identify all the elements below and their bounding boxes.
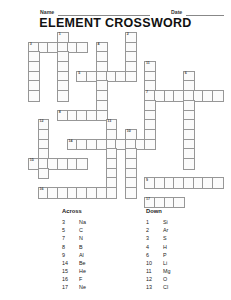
across-clue-text: B: [79, 243, 83, 251]
crossword-grid: 1234115678121310141591617: [29, 33, 223, 207]
grid-cell-r14c10[interactable]: [126, 169, 136, 179]
page-title: ELEMENT CROSSWORD: [0, 16, 231, 30]
down-clue-text: Li: [163, 259, 167, 267]
grid-cell-r10c1[interactable]: [39, 130, 49, 140]
grid-cell-r11c6[interactable]: [87, 140, 97, 150]
grid-cell-r6c18[interactable]: [203, 91, 213, 101]
down-header: Down: [146, 207, 171, 215]
grid-cell-r6c3[interactable]: [58, 91, 68, 101]
across-clue-text: C: [79, 226, 83, 234]
grid-cell-r16c8[interactable]: [107, 188, 117, 198]
grid-cell-r11c5[interactable]: [77, 140, 87, 150]
grid-cell-r6c19[interactable]: [213, 91, 223, 101]
clue-number-8: 8: [59, 111, 61, 115]
grid-cell-r4c5[interactable]: 5: [77, 72, 87, 82]
clue-number-16: 16: [39, 188, 43, 192]
grid-cell-r11c7[interactable]: [97, 140, 107, 150]
down-clues: Down 1Si2Ar3S4H6P10Li11Mg12O13Cl: [146, 207, 171, 292]
clue-number-17: 17: [146, 198, 150, 202]
grid-cell-r4c16[interactable]: 6: [184, 72, 194, 82]
grid-cell-r2c3[interactable]: [58, 52, 68, 62]
across-clue-16: 16F: [62, 275, 86, 283]
grid-cell-r1c4[interactable]: [68, 43, 78, 53]
grid-cell-r2c10[interactable]: [126, 52, 136, 62]
grid-cell-r15c13[interactable]: [155, 178, 165, 188]
grid-cell-r7c16[interactable]: [184, 101, 194, 111]
across-clue-number: 5: [62, 226, 73, 234]
down-clue-text: H: [163, 243, 167, 251]
grid-cell-r13c8[interactable]: [107, 159, 117, 169]
grid-cell-r11c11[interactable]: [136, 140, 146, 150]
grid-cell-r13c5[interactable]: [77, 159, 87, 169]
grid-cell-r15c8[interactable]: [107, 178, 117, 188]
grid-cell-r1c2[interactable]: [48, 43, 58, 53]
grid-cell-r5c0[interactable]: [29, 81, 39, 91]
down-clue-text: Mg: [163, 267, 171, 275]
across-clue-number: 8: [62, 243, 73, 251]
grid-cell-r8c7[interactable]: [97, 111, 107, 121]
grid-cell-r7c7[interactable]: [97, 101, 107, 111]
grid-cell-r6c12[interactable]: 7: [145, 91, 155, 101]
across-clue-17: 17Ne: [62, 283, 86, 291]
name-label: Name: [40, 9, 54, 15]
date-label: Date: [171, 9, 182, 15]
grid-cell-r0c3[interactable]: 1: [58, 33, 68, 43]
across-clue-text: Be: [79, 259, 86, 267]
down-clue-11: 11Mg: [146, 267, 171, 275]
grid-cell-r15c12[interactable]: 9: [145, 178, 155, 188]
grid-cell-r6c15[interactable]: [174, 91, 184, 101]
clue-number-13: 13: [107, 120, 111, 124]
grid-cell-r14c8[interactable]: [107, 169, 117, 179]
grid-cell-r10c10[interactable]: 10: [126, 130, 136, 140]
grid-cell-r8c5[interactable]: [77, 111, 87, 121]
clue-number-10: 10: [127, 130, 131, 134]
across-clue-text: N: [79, 234, 83, 242]
down-clue-1: 1Si: [146, 218, 171, 226]
down-clue-text: Cl: [163, 283, 168, 291]
down-clue-number: 11: [146, 267, 157, 275]
clue-number-15: 15: [30, 159, 34, 163]
grid-cell-r13c2[interactable]: [48, 159, 58, 169]
grid-cell-r10c8[interactable]: [107, 130, 117, 140]
grid-cell-r16c1[interactable]: 16: [39, 188, 49, 198]
across-list: 3Na5C7N8B9Al14Be15He16F17Ne: [62, 218, 86, 291]
down-clue-number: 4: [146, 243, 157, 251]
down-clue-text: S: [163, 234, 167, 242]
down-clue-10: 10Li: [146, 259, 171, 267]
grid-cell-r13c4[interactable]: [68, 159, 78, 169]
grid-cell-r8c6[interactable]: [87, 111, 97, 121]
grid-cell-r6c13[interactable]: [155, 91, 165, 101]
grid-cell-r3c3[interactable]: [58, 62, 68, 72]
grid-cell-r4c7[interactable]: [97, 72, 107, 82]
grid-cell-r11c9[interactable]: [116, 140, 126, 150]
grid-cell-r0c10[interactable]: 2: [126, 33, 136, 43]
clue-number-11: 11: [146, 62, 150, 66]
clue-number-7: 7: [146, 91, 148, 95]
grid-cell-r2c0[interactable]: [29, 52, 39, 62]
grid-cell-r16c4[interactable]: [68, 188, 78, 198]
grid-cell-r15c14[interactable]: [165, 178, 175, 188]
grid-cell-r1c7[interactable]: 4: [97, 43, 107, 53]
grid-cell-r13c10[interactable]: [126, 159, 136, 169]
across-clue-number: 16: [62, 275, 73, 283]
down-clue-12: 12O: [146, 275, 171, 283]
across-clue-14: 14Be: [62, 259, 86, 267]
down-clue-number: 1: [146, 218, 157, 226]
grid-cell-r9c1[interactable]: 12: [39, 120, 49, 130]
grid-cell-r5c3[interactable]: [58, 81, 68, 91]
across-clue-15: 15He: [62, 267, 86, 275]
grid-cell-r12c1[interactable]: [39, 149, 49, 159]
down-clue-3: 3S: [146, 234, 171, 242]
grid-cell-r16c5[interactable]: [77, 188, 87, 198]
grid-cell-r6c14[interactable]: [165, 91, 175, 101]
down-clue-number: 13: [146, 283, 157, 291]
across-header: Across: [62, 207, 86, 215]
grid-cell-r17c14[interactable]: [165, 198, 175, 208]
down-clue-text: O: [163, 275, 167, 283]
across-clue-number: 3: [62, 218, 73, 226]
clue-number-1: 1: [59, 33, 61, 37]
grid-cell-r7c12[interactable]: [145, 101, 155, 111]
grid-cell-r14c1[interactable]: [39, 169, 49, 179]
grid-cell-r13c16[interactable]: [184, 159, 194, 169]
down-clue-13: 13Cl: [146, 283, 171, 291]
grid-cell-r12c16[interactable]: [184, 149, 194, 159]
across-clue-7: 7N: [62, 234, 86, 242]
down-clue-text: Si: [163, 218, 168, 226]
grid-cell-r5c7[interactable]: [97, 81, 107, 91]
down-clue-number: 2: [146, 226, 157, 234]
grid-cell-r10c12[interactable]: [145, 130, 155, 140]
clue-number-3: 3: [30, 43, 32, 47]
grid-cell-r9c12[interactable]: [145, 120, 155, 130]
grid-cell-r17c13[interactable]: [155, 198, 165, 208]
grid-cell-r9c8[interactable]: 13: [107, 120, 117, 130]
grid-cell-r4c8[interactable]: [107, 72, 117, 82]
clue-number-14: 14: [69, 140, 73, 144]
grid-cell-r4c3[interactable]: [58, 72, 68, 82]
grid-cell-r13c0[interactable]: 15: [29, 159, 39, 169]
grid-cell-r4c9[interactable]: [116, 72, 126, 82]
grid-cell-r4c6[interactable]: [87, 72, 97, 82]
across-clue-5: 5C: [62, 226, 86, 234]
grid-cell-r1c3[interactable]: [58, 43, 68, 53]
across-clue-text: Al: [79, 251, 84, 259]
clue-number-4: 4: [98, 43, 100, 47]
clue-number-5: 5: [78, 72, 80, 76]
grid-cell-r11c1[interactable]: [39, 140, 49, 150]
grid-cell-r8c3[interactable]: 8: [58, 111, 68, 121]
down-clue-number: 6: [146, 251, 157, 259]
across-clue-text: Na: [79, 218, 86, 226]
across-clue-number: 7: [62, 234, 73, 242]
down-clue-number: 12: [146, 275, 157, 283]
across-clue-9: 9Al: [62, 251, 86, 259]
across-clue-8: 8B: [62, 243, 86, 251]
grid-cell-r12c8[interactable]: [107, 149, 117, 159]
grid-cell-r1c1[interactable]: [39, 43, 49, 53]
grid-cell-r11c4[interactable]: 14: [68, 140, 78, 150]
down-clue-number: 3: [146, 234, 157, 242]
clue-number-9: 9: [146, 179, 148, 183]
grid-cell-r6c16[interactable]: [184, 91, 194, 101]
grid-cell-r6c7[interactable]: [97, 91, 107, 101]
across-clue-3: 3Na: [62, 218, 86, 226]
down-list: 1Si2Ar3S4H6P10Li11Mg12O13Cl: [146, 218, 171, 291]
grid-cell-r5c16[interactable]: [184, 81, 194, 91]
grid-cell-r15c15[interactable]: [174, 178, 184, 188]
grid-cell-r11c12[interactable]: [145, 140, 155, 150]
grid-cell-r3c7[interactable]: [97, 62, 107, 72]
grid-cell-r16c7[interactable]: [97, 188, 107, 198]
down-clue-number: 10: [146, 259, 157, 267]
grid-cell-r15c19[interactable]: [213, 178, 223, 188]
across-clue-number: 9: [62, 251, 73, 259]
grid-cell-r4c12[interactable]: [145, 72, 155, 82]
down-clue-text: Ar: [163, 226, 168, 234]
grid-cell-r15c10[interactable]: [126, 178, 136, 188]
down-clue-6: 6P: [146, 251, 171, 259]
clue-number-12: 12: [39, 120, 43, 124]
down-clue-4: 4H: [146, 243, 171, 251]
grid-cell-r6c17[interactable]: [194, 91, 204, 101]
grid-cell-r1c0[interactable]: 3: [29, 43, 39, 53]
grid-cell-r17c12[interactable]: 17: [145, 198, 155, 208]
clue-number-2: 2: [127, 33, 129, 37]
grid-cell-r17c15[interactable]: [174, 198, 184, 208]
across-clue-number: 14: [62, 259, 73, 267]
down-clue-text: P: [163, 251, 167, 259]
grid-cell-r13c3[interactable]: [58, 159, 68, 169]
across-clue-text: F: [79, 275, 82, 283]
grid-cell-r12c10[interactable]: [126, 149, 136, 159]
clue-number-6: 6: [185, 72, 187, 76]
grid-cell-r16c2[interactable]: [48, 188, 58, 198]
across-clue-number: 15: [62, 267, 73, 275]
grid-cell-r3c10[interactable]: [126, 62, 136, 72]
grid-cell-r16c10[interactable]: [126, 188, 136, 198]
across-clue-text: Ne: [79, 283, 86, 291]
grid-cell-r15c16[interactable]: [184, 178, 194, 188]
grid-cell-r11c8[interactable]: [107, 140, 117, 150]
grid-cell-r15c18[interactable]: [203, 178, 213, 188]
across-clue-text: He: [79, 267, 86, 275]
grid-cell-r4c0[interactable]: [29, 72, 39, 82]
grid-cell-r15c17[interactable]: [194, 178, 204, 188]
grid-cell-r2c7[interactable]: [97, 52, 107, 62]
grid-cell-r1c5[interactable]: [77, 43, 87, 53]
grid-cell-r16c3[interactable]: [58, 188, 68, 198]
grid-cell-r4c10[interactable]: [126, 72, 136, 82]
across-clues: Across 3Na5C7N8B9Al14Be15He16F17Ne: [62, 207, 86, 292]
grid-cell-r1c10[interactable]: [126, 43, 136, 53]
grid-cell-r6c0[interactable]: [29, 91, 39, 101]
across-clue-number: 17: [62, 283, 73, 291]
down-clue-2: 2Ar: [146, 226, 171, 234]
grid-cell-r8c12[interactable]: [145, 111, 155, 121]
grid-cell-r10c16[interactable]: [184, 130, 194, 140]
grid-cell-r11c10[interactable]: [126, 140, 136, 150]
grid-cell-r9c16[interactable]: [184, 120, 194, 130]
grid-cell-r3c12[interactable]: 11: [145, 62, 155, 72]
grid-cell-r13c1[interactable]: [39, 159, 49, 169]
grid-cell-r3c0[interactable]: [29, 62, 39, 72]
grid-cell-r16c6[interactable]: [87, 188, 97, 198]
grid-cell-r8c16[interactable]: [184, 111, 194, 121]
grid-cell-r11c16[interactable]: [184, 140, 194, 150]
worksheet-page: { "game": "crossword (chemical elements …: [0, 0, 231, 300]
grid-cell-r8c4[interactable]: [68, 111, 78, 121]
